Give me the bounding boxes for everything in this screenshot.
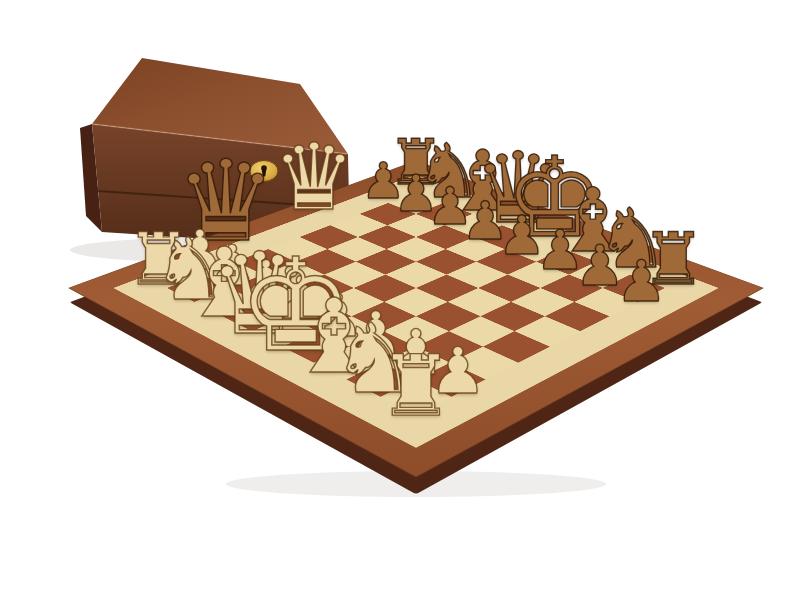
board-grid — [167, 192, 665, 415]
chess-set-photo: ♜♞♟♝♟♛♛♟♚♟♛♝♟♞♟♟♜♟♟♜♟♟♞♟♝♟♛♟♚♟♝♟♞♜ — [0, 0, 800, 600]
